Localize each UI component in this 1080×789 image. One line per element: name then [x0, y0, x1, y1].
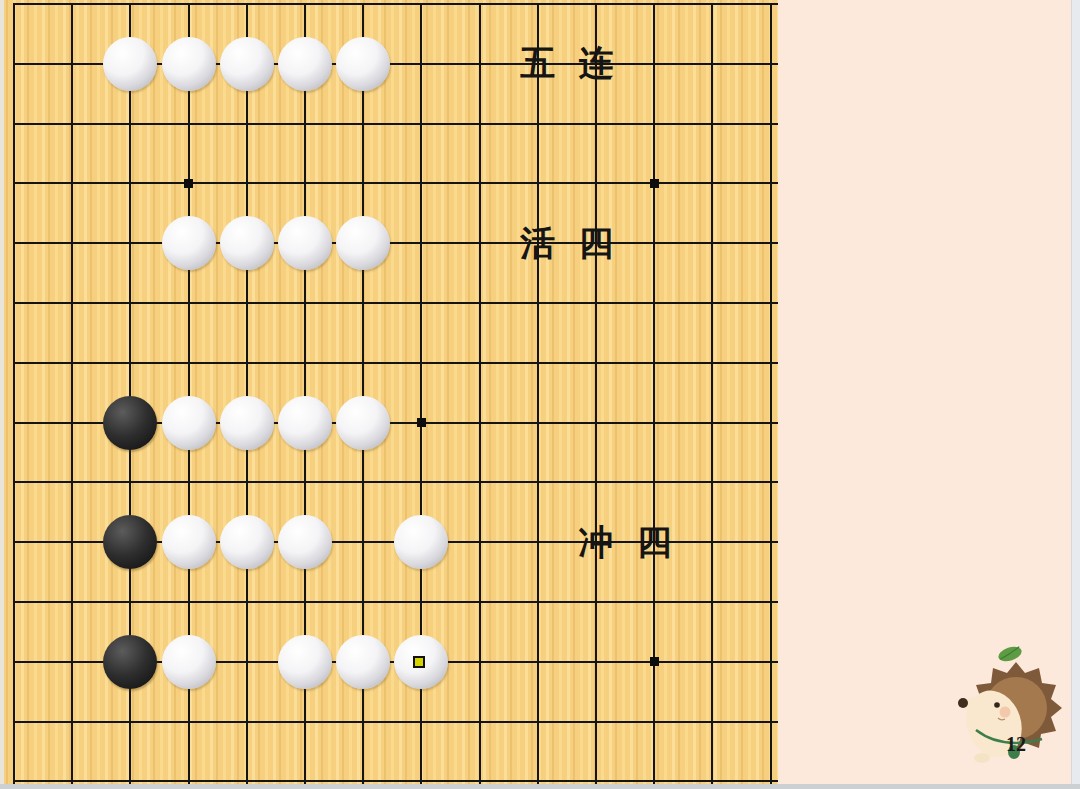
stone-white: [220, 515, 274, 569]
slide-left-edge: [0, 0, 4, 789]
grid-line-horizontal: [13, 780, 778, 782]
stone-white: [162, 396, 216, 450]
stone-black: [103, 396, 157, 450]
grid-line-vertical: [13, 3, 15, 789]
grid-line-vertical: [479, 3, 481, 789]
stone-white: [336, 396, 390, 450]
stone-white: [162, 635, 216, 689]
hedgehog-paw: [974, 753, 990, 763]
grid-line-horizontal: [13, 123, 778, 125]
app-background-strip: [1071, 0, 1080, 789]
last-move-marker: [413, 656, 425, 668]
stone-black: [103, 515, 157, 569]
grid-line-vertical: [537, 3, 539, 789]
annotation-char: 冲: [574, 520, 618, 564]
stone-white: [278, 396, 332, 450]
slide: 五连活四冲四 12: [0, 0, 1080, 789]
stone-white: [336, 37, 390, 91]
grid-line-vertical: [711, 3, 713, 789]
stone-white: [394, 635, 448, 689]
stone-white: [162, 37, 216, 91]
annotation-char: 四: [632, 520, 676, 564]
grid-line-vertical: [71, 3, 73, 789]
stone-white: [162, 515, 216, 569]
grid-line-vertical: [595, 3, 597, 789]
grid-line-horizontal: [13, 302, 778, 304]
stone-white: [278, 216, 332, 270]
stone-white: [220, 216, 274, 270]
grid-line-horizontal: [13, 3, 778, 5]
grid-line-vertical: [653, 3, 655, 789]
grid-line-horizontal: [13, 182, 778, 184]
gomoku-board: 五连活四冲四: [0, 0, 778, 789]
annotation-char: 五: [516, 42, 560, 86]
stone-white: [394, 515, 448, 569]
annotation-char: 活: [516, 221, 560, 265]
stone-white: [278, 515, 332, 569]
stone-white: [220, 396, 274, 450]
page-number: 12: [1006, 733, 1026, 756]
stone-white: [278, 635, 332, 689]
annotation-char: 四: [574, 221, 618, 265]
stone-black: [103, 635, 157, 689]
grid-line-horizontal: [13, 481, 778, 483]
grid-line-horizontal: [13, 721, 778, 723]
leaf-icon: [997, 644, 1024, 664]
hedgehog-eye: [994, 702, 1000, 708]
slide-bottom-edge: [0, 784, 1080, 789]
stone-white: [336, 216, 390, 270]
hedgehog-blush: [1000, 707, 1011, 718]
grid-line-horizontal: [13, 242, 778, 244]
stone-white: [162, 216, 216, 270]
grid-line-vertical: [770, 3, 772, 789]
annotation-char: 连: [574, 42, 618, 86]
stone-white: [278, 37, 332, 91]
stone-white: [336, 635, 390, 689]
star-point: [650, 179, 659, 188]
grid-line-horizontal: [13, 601, 778, 603]
star-point: [184, 179, 193, 188]
star-point: [417, 418, 426, 427]
stone-white: [220, 37, 274, 91]
stone-white: [103, 37, 157, 91]
hedgehog-nose: [958, 698, 968, 708]
grid-line-horizontal: [13, 362, 778, 364]
star-point: [650, 657, 659, 666]
